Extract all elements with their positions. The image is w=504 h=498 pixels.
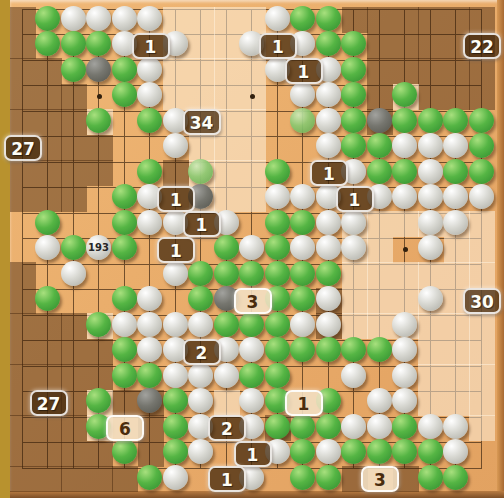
board-number-label: 1 bbox=[259, 33, 297, 59]
territory-cell-pale bbox=[367, 262, 393, 288]
white-stone bbox=[392, 312, 417, 337]
board-number-label: 27 bbox=[30, 390, 68, 416]
green-stone bbox=[35, 31, 60, 56]
go-app-screen: 19311221342711111330227162113 bbox=[0, 0, 504, 498]
territory-cell-dark bbox=[61, 415, 87, 441]
board-number-label: 1 bbox=[183, 211, 221, 237]
green-stone bbox=[290, 465, 315, 490]
green-stone bbox=[112, 57, 137, 82]
white-stone bbox=[265, 6, 290, 31]
white-stone bbox=[367, 414, 392, 439]
green-stone bbox=[341, 108, 366, 133]
white-stone bbox=[112, 312, 137, 337]
green-stone bbox=[290, 210, 315, 235]
white-stone bbox=[316, 235, 341, 260]
green-stone bbox=[112, 82, 137, 107]
white-stone bbox=[239, 337, 264, 362]
white-stone bbox=[163, 465, 188, 490]
territory-cell-dark bbox=[87, 364, 113, 390]
stone-move-number: 193 bbox=[86, 235, 111, 260]
territory-cell-dark bbox=[10, 7, 36, 33]
green-stone bbox=[367, 159, 392, 184]
territory-cell-dark bbox=[367, 7, 393, 33]
territory-cell-dark bbox=[393, 7, 419, 33]
white-stone bbox=[137, 312, 162, 337]
territory-cell-pale bbox=[214, 7, 240, 33]
territory-cell-dark bbox=[444, 84, 470, 110]
territory-cell-pale bbox=[342, 288, 368, 314]
territory-cell-dark bbox=[10, 466, 36, 492]
green-stone bbox=[265, 363, 290, 388]
white-stone bbox=[290, 82, 315, 107]
territory-cell-dark bbox=[393, 58, 419, 84]
board-number-label: 3 bbox=[234, 288, 272, 314]
territory-cell-pale bbox=[418, 339, 444, 365]
green-stone bbox=[265, 235, 290, 260]
green-stone bbox=[239, 363, 264, 388]
territory-cell-pale bbox=[240, 109, 266, 135]
territory-cell-dark bbox=[10, 84, 36, 110]
territory-cell-dark bbox=[87, 466, 113, 492]
territory-cell-pale bbox=[189, 58, 215, 84]
marked-gray-stone bbox=[367, 108, 392, 133]
territory-cell-pale bbox=[418, 262, 444, 288]
white-stone bbox=[188, 312, 213, 337]
territory-cell-dark bbox=[444, 7, 470, 33]
territory-cell-dark bbox=[418, 33, 444, 59]
green-stone bbox=[392, 159, 417, 184]
territory-cell-pale bbox=[469, 262, 495, 288]
green-stone bbox=[86, 312, 111, 337]
green-stone bbox=[443, 108, 468, 133]
white-stone bbox=[392, 184, 417, 209]
territory-cell-dark bbox=[10, 339, 36, 365]
green-stone bbox=[316, 414, 341, 439]
star-point bbox=[403, 247, 408, 252]
white-stone bbox=[137, 57, 162, 82]
territory-cell-pale bbox=[367, 211, 393, 237]
white-stone bbox=[290, 184, 315, 209]
star-point bbox=[250, 94, 255, 99]
territory-cell-pale bbox=[240, 7, 266, 33]
green-stone bbox=[137, 363, 162, 388]
green-stone bbox=[469, 133, 494, 158]
territory-cell-dark bbox=[36, 415, 62, 441]
territory-cell-pale bbox=[444, 390, 470, 416]
green-stone bbox=[163, 414, 188, 439]
white-stone bbox=[316, 210, 341, 235]
territory-cell-pale bbox=[444, 364, 470, 390]
board-bottom-edge bbox=[10, 491, 504, 498]
green-stone bbox=[392, 108, 417, 133]
territory-cell-dark bbox=[469, 84, 495, 110]
green-stone bbox=[112, 286, 137, 311]
green-stone bbox=[290, 6, 315, 31]
board-number-label: 1 bbox=[157, 237, 195, 263]
territory-cell-pale bbox=[214, 390, 240, 416]
board-number-label: 6 bbox=[106, 415, 144, 441]
green-stone bbox=[163, 439, 188, 464]
white-stone bbox=[418, 133, 443, 158]
territory-cell-pale bbox=[163, 58, 189, 84]
green-stone bbox=[392, 439, 417, 464]
white-stone bbox=[316, 82, 341, 107]
pale-green-stone bbox=[188, 159, 213, 184]
territory-cell-pale bbox=[469, 415, 495, 441]
territory-cell-dark bbox=[418, 58, 444, 84]
territory-cell-dark bbox=[36, 364, 62, 390]
green-stone bbox=[367, 337, 392, 362]
territory-cell-dark bbox=[36, 84, 62, 110]
green-stone bbox=[188, 261, 213, 286]
territory-cell-dark bbox=[87, 135, 113, 161]
white-stone bbox=[418, 414, 443, 439]
territory-cell-pale bbox=[189, 135, 215, 161]
white-stone bbox=[392, 388, 417, 413]
territory-cell-pale bbox=[214, 186, 240, 212]
green-stone bbox=[392, 82, 417, 107]
board-number-label: 1 bbox=[157, 186, 195, 212]
green-stone bbox=[418, 108, 443, 133]
territory-cell-dark bbox=[10, 33, 36, 59]
green-stone bbox=[61, 235, 86, 260]
green-stone bbox=[469, 108, 494, 133]
territory-cell-pale bbox=[469, 211, 495, 237]
territory-cell-dark bbox=[61, 441, 87, 467]
territory-cell-dark bbox=[444, 58, 470, 84]
white-stone bbox=[61, 261, 86, 286]
white-stone bbox=[86, 6, 111, 31]
board-right-edge bbox=[497, 0, 504, 498]
territory-cell-dark bbox=[61, 364, 87, 390]
territory-cell-pale bbox=[367, 313, 393, 339]
territory-cell-dark bbox=[367, 58, 393, 84]
green-stone bbox=[35, 286, 60, 311]
board-number-label: 1 bbox=[234, 441, 272, 467]
territory-cell-pale bbox=[240, 58, 266, 84]
green-stone bbox=[112, 439, 137, 464]
white-stone bbox=[163, 261, 188, 286]
board-number-label: 3 bbox=[361, 466, 399, 492]
territory-cell-dark bbox=[138, 441, 164, 467]
green-stone bbox=[341, 133, 366, 158]
white-stone bbox=[137, 82, 162, 107]
white-stone bbox=[188, 388, 213, 413]
white-stone bbox=[137, 286, 162, 311]
board-number-label: 1 bbox=[310, 160, 348, 186]
green-stone bbox=[341, 82, 366, 107]
board-number-label: 1 bbox=[285, 58, 323, 84]
white-stone bbox=[418, 210, 443, 235]
green-stone bbox=[112, 184, 137, 209]
white-stone bbox=[290, 235, 315, 260]
white-stone bbox=[418, 159, 443, 184]
green-stone bbox=[112, 363, 137, 388]
green-stone bbox=[86, 388, 111, 413]
territory-cell-pale bbox=[189, 33, 215, 59]
board-number-label: 27 bbox=[4, 135, 42, 161]
territory-cell-dark bbox=[10, 364, 36, 390]
territory-cell-dark bbox=[469, 7, 495, 33]
territory-cell-pale bbox=[469, 364, 495, 390]
green-stone bbox=[316, 465, 341, 490]
territory-cell-dark bbox=[367, 84, 393, 110]
white-stone bbox=[443, 184, 468, 209]
territory-cell-dark bbox=[61, 135, 87, 161]
green-stone bbox=[214, 235, 239, 260]
board-number-label: 1 bbox=[336, 186, 374, 212]
white-stone bbox=[316, 108, 341, 133]
green-stone bbox=[265, 261, 290, 286]
territory-cell-pale bbox=[240, 135, 266, 161]
green-stone bbox=[137, 159, 162, 184]
territory-cell-pale bbox=[214, 33, 240, 59]
green-stone bbox=[341, 31, 366, 56]
white-stone bbox=[392, 363, 417, 388]
green-stone bbox=[112, 235, 137, 260]
white-stone bbox=[163, 312, 188, 337]
territory-cell-dark bbox=[36, 313, 62, 339]
white-stone bbox=[316, 312, 341, 337]
territory-cell-dark bbox=[87, 441, 113, 467]
territory-cell-pale bbox=[367, 288, 393, 314]
green-stone bbox=[265, 337, 290, 362]
territory-cell-pale bbox=[189, 84, 215, 110]
territory-cell-pale bbox=[342, 262, 368, 288]
white-stone bbox=[163, 363, 188, 388]
territory-cell-pale bbox=[240, 186, 266, 212]
territory-cell-dark bbox=[61, 84, 87, 110]
territory-cell-dark bbox=[10, 58, 36, 84]
territory-cell-pale bbox=[214, 84, 240, 110]
territory-cell-pale bbox=[469, 313, 495, 339]
white-stone bbox=[61, 6, 86, 31]
territory-cell-pale bbox=[444, 313, 470, 339]
white-stone bbox=[392, 337, 417, 362]
white-stone bbox=[392, 133, 417, 158]
territory-cell-pale bbox=[342, 313, 368, 339]
green-stone bbox=[112, 337, 137, 362]
territory-cell-dark bbox=[61, 160, 87, 186]
white-stone bbox=[35, 235, 60, 260]
white-stone bbox=[443, 414, 468, 439]
territory-cell-pale bbox=[469, 339, 495, 365]
territory-cell-pale bbox=[393, 262, 419, 288]
territory-cell-pale bbox=[393, 211, 419, 237]
white-stone bbox=[316, 286, 341, 311]
territory-cell-dark bbox=[418, 84, 444, 110]
territory-cell-dark bbox=[112, 390, 138, 416]
territory-cell-dark bbox=[10, 262, 36, 288]
marked-gray-stone bbox=[86, 57, 111, 82]
green-stone bbox=[265, 210, 290, 235]
territory-cell-pale bbox=[418, 364, 444, 390]
green-stone bbox=[137, 465, 162, 490]
white-stone bbox=[341, 235, 366, 260]
green-stone bbox=[86, 31, 111, 56]
territory-cell-pale bbox=[469, 390, 495, 416]
territory-cell-pale bbox=[189, 7, 215, 33]
green-stone bbox=[418, 439, 443, 464]
white-stone bbox=[163, 133, 188, 158]
board-number-label: 1 bbox=[132, 33, 170, 59]
territory-cell-pale bbox=[469, 237, 495, 263]
territory-cell-pale bbox=[444, 262, 470, 288]
green-stone bbox=[290, 261, 315, 286]
territory-cell-pale bbox=[214, 135, 240, 161]
green-stone bbox=[290, 414, 315, 439]
territory-cell-dark bbox=[87, 339, 113, 365]
green-stone bbox=[367, 133, 392, 158]
territory-cell-dark bbox=[61, 313, 87, 339]
green-stone bbox=[265, 159, 290, 184]
green-stone bbox=[188, 286, 213, 311]
territory-cell-pale bbox=[367, 237, 393, 263]
green-stone bbox=[469, 159, 494, 184]
white-stone bbox=[443, 439, 468, 464]
green-stone bbox=[316, 261, 341, 286]
white-stone bbox=[137, 6, 162, 31]
green-stone bbox=[265, 312, 290, 337]
white-stone bbox=[239, 388, 264, 413]
green-stone bbox=[341, 57, 366, 82]
board-number-label: 22 bbox=[463, 33, 501, 59]
territory-cell-dark bbox=[10, 186, 36, 212]
green-stone bbox=[35, 210, 60, 235]
white-stone bbox=[214, 363, 239, 388]
territory-cell-dark bbox=[36, 339, 62, 365]
green-stone bbox=[341, 337, 366, 362]
marked-gray-stone bbox=[137, 388, 162, 413]
territory-cell-dark bbox=[10, 109, 36, 135]
board-number-label: 1 bbox=[208, 466, 246, 492]
green-stone bbox=[418, 465, 443, 490]
green-stone bbox=[214, 312, 239, 337]
territory-cell-pale bbox=[418, 390, 444, 416]
territory-cell-dark bbox=[10, 415, 36, 441]
territory-cell-dark bbox=[36, 441, 62, 467]
territory-cell-dark bbox=[418, 7, 444, 33]
green-stone bbox=[316, 6, 341, 31]
territory-cell-pale bbox=[163, 7, 189, 33]
territory-cell-dark bbox=[10, 288, 36, 314]
territory-cell-dark bbox=[36, 186, 62, 212]
green-stone bbox=[290, 337, 315, 362]
green-stone bbox=[290, 439, 315, 464]
territory-cell-pale bbox=[418, 313, 444, 339]
white-stone bbox=[341, 210, 366, 235]
territory-cell-dark bbox=[393, 33, 419, 59]
star-point bbox=[97, 94, 102, 99]
white-stone bbox=[188, 439, 213, 464]
territory-cell-dark bbox=[36, 160, 62, 186]
board-number-label: 2 bbox=[183, 339, 221, 365]
territory-cell-dark bbox=[61, 186, 87, 212]
territory-cell-pale bbox=[214, 58, 240, 84]
white-stone bbox=[443, 210, 468, 235]
green-stone bbox=[214, 261, 239, 286]
white-stone bbox=[239, 235, 264, 260]
green-stone bbox=[316, 31, 341, 56]
white-stone bbox=[137, 337, 162, 362]
territory-cell-pale bbox=[444, 339, 470, 365]
territory-cell-dark bbox=[367, 33, 393, 59]
territory-cell-pale bbox=[163, 84, 189, 110]
green-stone bbox=[392, 414, 417, 439]
green-stone bbox=[86, 108, 111, 133]
white-stone bbox=[316, 133, 341, 158]
white-stone bbox=[316, 439, 341, 464]
pale-green-stone bbox=[290, 108, 315, 133]
territory-cell-dark bbox=[163, 160, 189, 186]
white-stone bbox=[443, 133, 468, 158]
green-stone bbox=[316, 337, 341, 362]
white-stone bbox=[418, 184, 443, 209]
territory-cell-dark bbox=[61, 466, 87, 492]
green-stone bbox=[367, 439, 392, 464]
white-stone bbox=[137, 210, 162, 235]
green-stone bbox=[290, 286, 315, 311]
green-stone bbox=[239, 261, 264, 286]
territory-cell-pale bbox=[393, 288, 419, 314]
green-stone bbox=[443, 159, 468, 184]
green-stone bbox=[137, 108, 162, 133]
board-number-label: 2 bbox=[208, 415, 246, 441]
territory-cell-dark bbox=[10, 313, 36, 339]
territory-cell-dark bbox=[112, 466, 138, 492]
territory-cell-dark bbox=[342, 7, 368, 33]
territory-cell-dark bbox=[36, 466, 62, 492]
white-stone bbox=[341, 414, 366, 439]
territory-cell-pale bbox=[444, 237, 470, 263]
territory-cell-pale bbox=[240, 160, 266, 186]
green-stone bbox=[443, 465, 468, 490]
territory-cell-pale bbox=[214, 160, 240, 186]
green-stone bbox=[265, 414, 290, 439]
white-stone bbox=[418, 235, 443, 260]
white-stone bbox=[341, 363, 366, 388]
white-stone bbox=[290, 312, 315, 337]
territory-cell-dark bbox=[61, 339, 87, 365]
board-number-label: 30 bbox=[463, 288, 501, 314]
green-stone bbox=[163, 388, 188, 413]
white-stone bbox=[112, 6, 137, 31]
territory-cell-dark bbox=[36, 109, 62, 135]
white-stone bbox=[418, 286, 443, 311]
white-stone bbox=[188, 363, 213, 388]
green-stone bbox=[61, 31, 86, 56]
white-stone bbox=[367, 388, 392, 413]
territory-cell-dark bbox=[10, 441, 36, 467]
white-stone bbox=[265, 184, 290, 209]
territory-cell-dark bbox=[61, 109, 87, 135]
green-stone bbox=[35, 6, 60, 31]
territory-cell-dark bbox=[36, 58, 62, 84]
green-stone bbox=[112, 210, 137, 235]
white-stone bbox=[469, 184, 494, 209]
board-number-label: 1 bbox=[285, 390, 323, 416]
territory-cell-dark bbox=[87, 160, 113, 186]
territory-cell-dark bbox=[469, 58, 495, 84]
green-stone bbox=[239, 312, 264, 337]
board-number-label: 34 bbox=[183, 109, 221, 135]
territory-cell-dark bbox=[10, 160, 36, 186]
green-stone bbox=[61, 57, 86, 82]
green-stone bbox=[341, 439, 366, 464]
